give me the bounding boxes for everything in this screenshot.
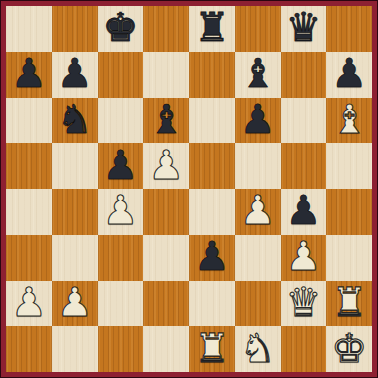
piece-black-king[interactable]: ♚ — [102, 6, 138, 50]
piece-black-bishop[interactable]: ♝ — [148, 98, 184, 142]
piece-black-pawn[interactable]: ♟ — [11, 52, 47, 96]
square-c7[interactable] — [98, 52, 144, 98]
square-h2[interactable]: ♜ — [326, 281, 372, 327]
piece-white-bishop[interactable]: ♝ — [331, 98, 367, 142]
square-b3[interactable] — [52, 235, 98, 281]
square-h6[interactable]: ♝ — [326, 98, 372, 144]
square-a3[interactable] — [6, 235, 52, 281]
square-e2[interactable] — [189, 281, 235, 327]
piece-black-pawn[interactable]: ♟ — [102, 143, 138, 187]
square-c1[interactable] — [98, 326, 144, 372]
square-g6[interactable] — [281, 98, 327, 144]
square-f6[interactable]: ♟ — [235, 98, 281, 144]
piece-white-knight[interactable]: ♞ — [240, 326, 276, 370]
square-c6[interactable] — [98, 98, 144, 144]
square-g5[interactable] — [281, 143, 327, 189]
piece-black-pawn[interactable]: ♟ — [240, 98, 276, 142]
square-e4[interactable] — [189, 189, 235, 235]
square-d6[interactable]: ♝ — [143, 98, 189, 144]
piece-white-pawn[interactable]: ♟ — [285, 235, 321, 279]
square-d4[interactable] — [143, 189, 189, 235]
chess-board: ♚♜♛♟♟♝♟♞♝♟♝♟♟♟♟♟♟♟♟♟♛♜♜♞♚ — [6, 6, 372, 372]
piece-black-knight[interactable]: ♞ — [57, 98, 93, 142]
square-g7[interactable] — [281, 52, 327, 98]
board-outer-edge: ♚♜♛♟♟♝♟♞♝♟♝♟♟♟♟♟♟♟♟♟♛♜♜♞♚ — [0, 0, 378, 378]
square-e5[interactable] — [189, 143, 235, 189]
square-e6[interactable] — [189, 98, 235, 144]
square-d8[interactable] — [143, 6, 189, 52]
board-frame: ♚♜♛♟♟♝♟♞♝♟♝♟♟♟♟♟♟♟♟♟♛♜♜♞♚ — [1, 1, 377, 377]
square-h1[interactable]: ♚ — [326, 326, 372, 372]
square-h8[interactable] — [326, 6, 372, 52]
square-c4[interactable]: ♟ — [98, 189, 144, 235]
square-g1[interactable] — [281, 326, 327, 372]
piece-black-queen[interactable]: ♛ — [285, 6, 321, 50]
square-d1[interactable] — [143, 326, 189, 372]
square-a6[interactable] — [6, 98, 52, 144]
square-c3[interactable] — [98, 235, 144, 281]
piece-white-pawn[interactable]: ♟ — [11, 281, 47, 325]
piece-black-pawn[interactable]: ♟ — [285, 189, 321, 233]
square-e8[interactable]: ♜ — [189, 6, 235, 52]
piece-white-rook[interactable]: ♜ — [331, 281, 367, 325]
square-d3[interactable] — [143, 235, 189, 281]
square-b1[interactable] — [52, 326, 98, 372]
square-f4[interactable]: ♟ — [235, 189, 281, 235]
piece-white-queen[interactable]: ♛ — [285, 281, 321, 325]
square-f2[interactable] — [235, 281, 281, 327]
square-c5[interactable]: ♟ — [98, 143, 144, 189]
square-b2[interactable]: ♟ — [52, 281, 98, 327]
square-h3[interactable] — [326, 235, 372, 281]
square-h5[interactable] — [326, 143, 372, 189]
square-g2[interactable]: ♛ — [281, 281, 327, 327]
square-a7[interactable]: ♟ — [6, 52, 52, 98]
square-a1[interactable] — [6, 326, 52, 372]
square-a8[interactable] — [6, 6, 52, 52]
square-f3[interactable] — [235, 235, 281, 281]
piece-white-king[interactable]: ♚ — [331, 326, 367, 370]
square-a5[interactable] — [6, 143, 52, 189]
piece-white-pawn[interactable]: ♟ — [57, 281, 93, 325]
piece-white-pawn[interactable]: ♟ — [102, 189, 138, 233]
square-e3[interactable]: ♟ — [189, 235, 235, 281]
square-b6[interactable]: ♞ — [52, 98, 98, 144]
piece-black-pawn[interactable]: ♟ — [57, 52, 93, 96]
square-b4[interactable] — [52, 189, 98, 235]
square-h4[interactable] — [326, 189, 372, 235]
piece-black-rook[interactable]: ♜ — [194, 6, 230, 50]
square-e7[interactable] — [189, 52, 235, 98]
square-g4[interactable]: ♟ — [281, 189, 327, 235]
square-b8[interactable] — [52, 6, 98, 52]
square-f1[interactable]: ♞ — [235, 326, 281, 372]
square-c2[interactable] — [98, 281, 144, 327]
square-c8[interactable]: ♚ — [98, 6, 144, 52]
square-f8[interactable] — [235, 6, 281, 52]
square-a4[interactable] — [6, 189, 52, 235]
piece-white-pawn[interactable]: ♟ — [240, 189, 276, 233]
square-h7[interactable]: ♟ — [326, 52, 372, 98]
piece-white-pawn[interactable]: ♟ — [148, 143, 184, 187]
square-b5[interactable] — [52, 143, 98, 189]
square-f5[interactable] — [235, 143, 281, 189]
piece-black-bishop[interactable]: ♝ — [240, 52, 276, 96]
piece-white-rook[interactable]: ♜ — [194, 326, 230, 370]
piece-black-pawn[interactable]: ♟ — [331, 52, 367, 96]
square-g8[interactable]: ♛ — [281, 6, 327, 52]
square-g3[interactable]: ♟ — [281, 235, 327, 281]
square-d7[interactable] — [143, 52, 189, 98]
square-f7[interactable]: ♝ — [235, 52, 281, 98]
piece-black-pawn[interactable]: ♟ — [194, 235, 230, 279]
square-e1[interactable]: ♜ — [189, 326, 235, 372]
square-d2[interactable] — [143, 281, 189, 327]
square-d5[interactable]: ♟ — [143, 143, 189, 189]
square-a2[interactable]: ♟ — [6, 281, 52, 327]
square-b7[interactable]: ♟ — [52, 52, 98, 98]
